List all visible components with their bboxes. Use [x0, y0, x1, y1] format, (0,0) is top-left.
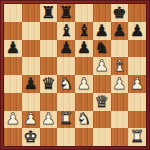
square-b6[interactable] [22, 40, 40, 58]
piece-black-pawn: ♟ [23, 75, 37, 91]
square-d5[interactable] [57, 57, 75, 75]
square-c2[interactable]: ♟ [40, 111, 58, 129]
square-f3[interactable]: ♛ [93, 93, 111, 111]
square-g8[interactable]: ♚ [111, 4, 129, 22]
square-e4[interactable]: ♟ [75, 75, 93, 93]
square-b2[interactable]: ♟ [22, 111, 40, 129]
square-h7[interactable]: ♟ [128, 22, 146, 40]
square-b4[interactable]: ♟ [22, 75, 40, 93]
piece-black-bishop: ♝ [59, 22, 73, 38]
square-h5[interactable] [128, 57, 146, 75]
piece-black-pawn: ♟ [130, 22, 144, 38]
board-frame: ♜♜♚♝♝♟♟♟♟♟♟♞♟♝♟♛♞♟♟♟♛♟♟♟♜♞♚♜ [0, 0, 150, 150]
square-e5[interactable] [75, 57, 93, 75]
piece-black-pawn: ♟ [6, 40, 20, 56]
square-f4[interactable] [93, 75, 111, 93]
square-c5[interactable] [40, 57, 58, 75]
square-c1[interactable] [40, 128, 58, 146]
square-g7[interactable]: ♟ [111, 22, 129, 40]
piece-white-pawn: ♟ [41, 111, 55, 127]
piece-black-pawn: ♟ [94, 22, 108, 38]
square-d2[interactable]: ♜ [57, 111, 75, 129]
square-f1[interactable] [93, 128, 111, 146]
square-c6[interactable] [40, 40, 58, 58]
square-g3[interactable] [111, 93, 129, 111]
square-a1[interactable] [4, 128, 22, 146]
square-g6[interactable] [111, 40, 129, 58]
piece-white-pawn: ♟ [130, 75, 144, 91]
square-b1[interactable]: ♚ [22, 128, 40, 146]
square-h4[interactable]: ♟ [128, 75, 146, 93]
piece-black-pawn: ♟ [77, 40, 91, 56]
piece-black-bishop: ♝ [77, 22, 91, 38]
piece-white-rook: ♜ [130, 129, 144, 145]
square-d1[interactable] [57, 128, 75, 146]
square-a4[interactable] [4, 75, 22, 93]
square-f5[interactable]: ♟ [93, 57, 111, 75]
piece-white-bishop: ♝ [112, 58, 126, 74]
square-h6[interactable] [128, 40, 146, 58]
square-g4[interactable]: ♟ [111, 75, 129, 93]
piece-white-rook: ♜ [59, 111, 73, 127]
piece-white-king: ♚ [23, 129, 37, 145]
square-a6[interactable]: ♟ [4, 40, 22, 58]
piece-black-king: ♚ [112, 4, 126, 20]
square-b3[interactable] [22, 93, 40, 111]
piece-black-queen: ♛ [41, 75, 55, 91]
square-a2[interactable]: ♟ [4, 111, 22, 129]
piece-white-pawn: ♟ [23, 111, 37, 127]
square-h8[interactable] [128, 4, 146, 22]
chess-board: ♜♜♚♝♝♟♟♟♟♟♟♞♟♝♟♛♞♟♟♟♛♟♟♟♜♞♚♜ [4, 4, 146, 146]
square-e3[interactable] [75, 93, 93, 111]
square-g5[interactable]: ♝ [111, 57, 129, 75]
piece-white-knight: ♞ [59, 75, 73, 91]
square-d3[interactable] [57, 93, 75, 111]
piece-white-pawn: ♟ [6, 111, 20, 127]
square-h2[interactable] [128, 111, 146, 129]
square-a8[interactable] [4, 4, 22, 22]
piece-black-pawn: ♟ [112, 22, 126, 38]
square-b8[interactable] [22, 4, 40, 22]
piece-black-rook: ♜ [41, 4, 55, 20]
square-d8[interactable]: ♜ [57, 4, 75, 22]
square-d7[interactable]: ♝ [57, 22, 75, 40]
square-a3[interactable] [4, 93, 22, 111]
square-e7[interactable]: ♝ [75, 22, 93, 40]
square-f6[interactable]: ♞ [93, 40, 111, 58]
piece-black-pawn: ♟ [59, 40, 73, 56]
square-g1[interactable] [111, 128, 129, 146]
square-d4[interactable]: ♞ [57, 75, 75, 93]
piece-white-pawn: ♟ [94, 58, 108, 74]
square-c3[interactable] [40, 93, 58, 111]
square-c8[interactable]: ♜ [40, 4, 58, 22]
square-c7[interactable] [40, 22, 58, 40]
square-h1[interactable]: ♜ [128, 128, 146, 146]
square-a7[interactable] [4, 22, 22, 40]
square-g2[interactable] [111, 111, 129, 129]
square-e2[interactable]: ♞ [75, 111, 93, 129]
piece-white-pawn: ♟ [77, 75, 91, 91]
square-e6[interactable]: ♟ [75, 40, 93, 58]
square-e1[interactable] [75, 128, 93, 146]
square-e8[interactable] [75, 4, 93, 22]
square-d6[interactable]: ♟ [57, 40, 75, 58]
piece-white-queen: ♛ [94, 93, 108, 109]
square-f7[interactable]: ♟ [93, 22, 111, 40]
square-f2[interactable] [93, 111, 111, 129]
piece-black-knight: ♞ [94, 40, 108, 56]
square-b7[interactable] [22, 22, 40, 40]
piece-white-pawn: ♟ [112, 75, 126, 91]
square-h3[interactable] [128, 93, 146, 111]
square-f8[interactable] [93, 4, 111, 22]
square-b5[interactable] [22, 57, 40, 75]
square-c4[interactable]: ♛ [40, 75, 58, 93]
square-a5[interactable] [4, 57, 22, 75]
piece-black-rook: ♜ [59, 4, 73, 20]
piece-white-knight: ♞ [77, 111, 91, 127]
